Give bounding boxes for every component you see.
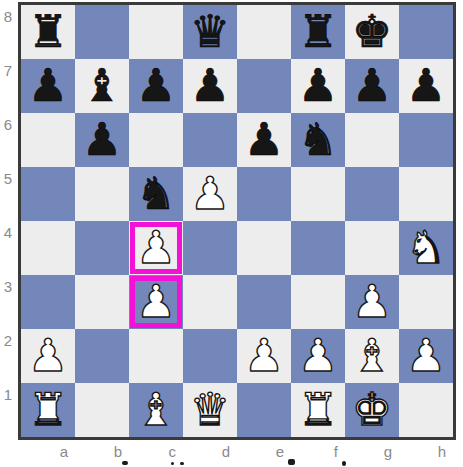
square-b6[interactable]: ♟: [75, 113, 129, 167]
square-e7[interactable]: [237, 59, 291, 113]
black-pawn-f7[interactable]: ♟: [298, 59, 338, 113]
square-g3[interactable]: ♟: [345, 275, 399, 329]
rank-label-5: 5: [0, 170, 16, 188]
square-g8[interactable]: ♚: [345, 5, 399, 59]
file-label-d: d: [183, 443, 237, 460]
black-rook-f8[interactable]: ♜: [298, 5, 338, 59]
file-label-b: b: [75, 443, 129, 460]
square-e2[interactable]: ♟: [237, 329, 291, 383]
square-d2[interactable]: [183, 329, 237, 383]
square-b4[interactable]: [75, 221, 129, 275]
square-a2[interactable]: ♟: [21, 329, 75, 383]
square-c8[interactable]: [129, 5, 183, 59]
rank-label-4: 4: [0, 224, 16, 242]
square-b5[interactable]: [75, 167, 129, 221]
square-d4[interactable]: [183, 221, 237, 275]
black-queen-d8[interactable]: ♛: [190, 5, 230, 59]
rank-label-8: 8: [0, 8, 16, 26]
square-a6[interactable]: [21, 113, 75, 167]
square-a1[interactable]: ♜: [21, 383, 75, 437]
black-pawn-h7[interactable]: ♟: [406, 59, 446, 113]
black-rook-a8[interactable]: ♜: [28, 5, 68, 59]
square-h3[interactable]: [399, 275, 453, 329]
square-d7[interactable]: ♟: [183, 59, 237, 113]
square-g2[interactable]: ♝: [345, 329, 399, 383]
square-c7[interactable]: ♟: [129, 59, 183, 113]
square-c1[interactable]: ♝: [129, 383, 183, 437]
chess-board[interactable]: ♜♛♜♚♟♝♟♟♟♟♟♟♟♞♞♟♟♞♟♟♟♟♟♝♟♜♝♛♜♚: [18, 2, 456, 440]
white-knight-h4[interactable]: ♞: [406, 221, 446, 275]
square-c5[interactable]: ♞: [129, 167, 183, 221]
square-g1[interactable]: ♚: [345, 383, 399, 437]
square-e8[interactable]: [237, 5, 291, 59]
rank-label-2: 2: [0, 332, 16, 350]
square-h1[interactable]: [399, 383, 453, 437]
black-king-g8[interactable]: ♚: [352, 5, 392, 59]
square-h8[interactable]: [399, 5, 453, 59]
square-f3[interactable]: [291, 275, 345, 329]
white-queen-d1[interactable]: ♛: [190, 383, 230, 437]
white-bishop-g2[interactable]: ♝: [352, 329, 392, 383]
white-pawn-f2[interactable]: ♟: [298, 329, 338, 383]
square-e6[interactable]: ♟: [237, 113, 291, 167]
square-a4[interactable]: [21, 221, 75, 275]
square-d8[interactable]: ♛: [183, 5, 237, 59]
white-bishop-c1[interactable]: ♝: [136, 383, 176, 437]
square-e1[interactable]: [237, 383, 291, 437]
square-f4[interactable]: [291, 221, 345, 275]
square-d6[interactable]: [183, 113, 237, 167]
white-pawn-a2[interactable]: ♟: [28, 329, 68, 383]
black-knight-c5[interactable]: ♞: [136, 167, 176, 221]
square-d5[interactable]: ♟: [183, 167, 237, 221]
white-pawn-d5[interactable]: ♟: [190, 167, 230, 221]
cropped-text-fragment: [288, 459, 295, 465]
square-h6[interactable]: [399, 113, 453, 167]
file-label-c: c: [129, 443, 183, 460]
file-label-f: f: [291, 443, 345, 460]
square-b7[interactable]: ♝: [75, 59, 129, 113]
black-knight-f6[interactable]: ♞: [298, 113, 338, 167]
square-c6[interactable]: [129, 113, 183, 167]
square-f8[interactable]: ♜: [291, 5, 345, 59]
cropped-text-fragment: [180, 462, 184, 465]
black-bishop-b7[interactable]: ♝: [82, 59, 122, 113]
square-c4[interactable]: ♟: [129, 221, 183, 275]
rank-label-1: 1: [0, 386, 16, 404]
black-pawn-g7[interactable]: ♟: [352, 59, 392, 113]
square-a7[interactable]: ♟: [21, 59, 75, 113]
square-b1[interactable]: [75, 383, 129, 437]
cropped-text-fragment: [171, 462, 174, 465]
square-d3[interactable]: [183, 275, 237, 329]
white-rook-f1[interactable]: ♜: [298, 383, 338, 437]
black-pawn-b6[interactable]: ♟: [82, 113, 122, 167]
square-f6[interactable]: ♞: [291, 113, 345, 167]
square-h4[interactable]: ♞: [399, 221, 453, 275]
square-b3[interactable]: [75, 275, 129, 329]
square-f2[interactable]: ♟: [291, 329, 345, 383]
black-pawn-a7[interactable]: ♟: [28, 59, 68, 113]
white-pawn-c3[interactable]: ♟: [136, 275, 176, 329]
rank-label-7: 7: [0, 62, 16, 80]
white-rook-a1[interactable]: ♜: [28, 383, 68, 437]
square-a8[interactable]: ♜: [21, 5, 75, 59]
black-pawn-d7[interactable]: ♟: [190, 59, 230, 113]
rank-label-3: 3: [0, 278, 16, 296]
square-e5[interactable]: [237, 167, 291, 221]
file-label-e: e: [237, 443, 291, 460]
white-pawn-c4[interactable]: ♟: [136, 221, 176, 275]
square-g6[interactable]: [345, 113, 399, 167]
cropped-text-fragment: [122, 461, 128, 465]
square-e4[interactable]: [237, 221, 291, 275]
square-g4[interactable]: [345, 221, 399, 275]
black-pawn-e6[interactable]: ♟: [244, 113, 284, 167]
white-pawn-e2[interactable]: ♟: [244, 329, 284, 383]
square-g5[interactable]: [345, 167, 399, 221]
square-h5[interactable]: [399, 167, 453, 221]
square-a3[interactable]: [21, 275, 75, 329]
white-king-g1[interactable]: ♚: [352, 383, 392, 437]
square-g7[interactable]: ♟: [345, 59, 399, 113]
square-h7[interactable]: ♟: [399, 59, 453, 113]
square-a5[interactable]: [21, 167, 75, 221]
black-pawn-c7[interactable]: ♟: [136, 59, 176, 113]
rank-label-6: 6: [0, 116, 16, 134]
file-label-g: g: [345, 443, 399, 460]
square-f1[interactable]: ♜: [291, 383, 345, 437]
square-c3[interactable]: ♟: [129, 275, 183, 329]
white-pawn-h2[interactable]: ♟: [406, 329, 446, 383]
square-e3[interactable]: [237, 275, 291, 329]
square-h2[interactable]: ♟: [399, 329, 453, 383]
file-label-a: a: [21, 443, 75, 460]
cropped-text-fragment: [342, 461, 346, 466]
chess-diagram: ♜♛♜♚♟♝♟♟♟♟♟♟♟♞♞♟♟♞♟♟♟♟♟♝♟♜♝♛♜♚ 87654321 …: [0, 0, 463, 467]
square-b2[interactable]: [75, 329, 129, 383]
square-c2[interactable]: [129, 329, 183, 383]
square-d1[interactable]: ♛: [183, 383, 237, 437]
square-b8[interactable]: [75, 5, 129, 59]
square-f7[interactable]: ♟: [291, 59, 345, 113]
file-labels: abcdefgh: [21, 443, 453, 460]
square-f5[interactable]: [291, 167, 345, 221]
white-pawn-g3[interactable]: ♟: [352, 275, 392, 329]
file-label-h: h: [399, 443, 453, 460]
